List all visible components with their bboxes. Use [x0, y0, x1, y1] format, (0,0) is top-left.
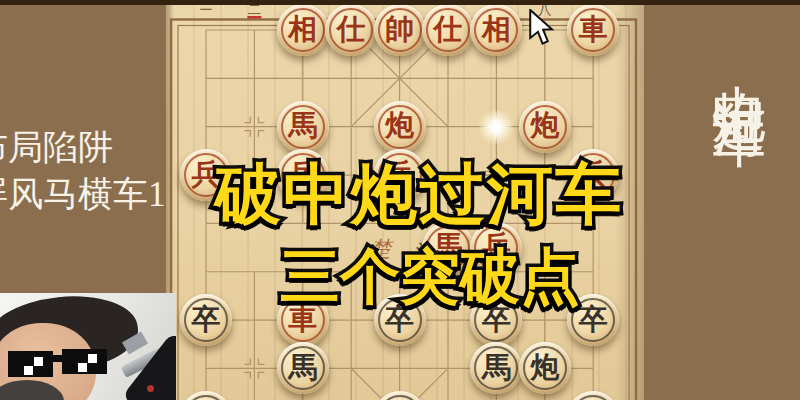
red-piece-兵[interactable]: 兵 — [277, 149, 329, 201]
red-piece-兵[interactable]: 兵 — [567, 149, 619, 201]
black-piece-車[interactable]: 車 — [567, 391, 619, 400]
red-piece-兵[interactable]: 兵 — [374, 149, 426, 201]
red-piece-車[interactable]: 車 — [567, 4, 619, 56]
left-caption-line2: 屏风马横车1 — [0, 171, 166, 218]
pieces-layer: 相仕帥仕相車馬炮炮兵兵兵兵馬兵車卒卒卒卒馬馬炮車士車 — [166, 0, 644, 400]
red-piece-帥[interactable]: 帥 — [374, 4, 426, 56]
black-piece-炮[interactable]: 炮 — [519, 342, 571, 394]
red-piece-炮[interactable]: 炮 — [519, 101, 571, 153]
black-piece-卒[interactable]: 卒 — [374, 294, 426, 346]
black-piece-士[interactable]: 士 — [374, 391, 426, 400]
red-piece-車[interactable]: 車 — [277, 294, 329, 346]
red-piece-兵[interactable]: 兵 — [470, 222, 522, 274]
red-piece-仕[interactable]: 仕 — [325, 4, 377, 56]
webcam-overlay — [0, 293, 176, 400]
last-move-glow-icon — [478, 109, 514, 145]
video-frame: 楚河一二八 相仕帥仕相車馬炮炮兵兵兵兵馬兵車卒卒卒卒馬馬炮車士車 布局陷阱 屏风… — [0, 0, 800, 400]
black-piece-馬[interactable]: 馬 — [470, 342, 522, 394]
black-piece-卒[interactable]: 卒 — [180, 294, 232, 346]
red-piece-馬[interactable]: 馬 — [277, 101, 329, 153]
black-piece-卒[interactable]: 卒 — [567, 294, 619, 346]
left-caption: 布局陷阱 屏风马横车1 — [0, 124, 166, 218]
pixel-sunglasses — [2, 349, 118, 381]
red-piece-炮[interactable]: 炮 — [374, 101, 426, 153]
black-piece-車[interactable]: 車 — [180, 391, 232, 400]
black-piece-馬[interactable]: 馬 — [277, 342, 329, 394]
red-piece-相[interactable]: 相 — [470, 4, 522, 56]
red-piece-兵[interactable]: 兵 — [180, 149, 232, 201]
black-piece-卒[interactable]: 卒 — [470, 294, 522, 346]
microphone-led — [147, 385, 154, 392]
red-piece-相[interactable]: 相 — [277, 4, 329, 56]
left-caption-line1: 布局陷阱 — [0, 124, 166, 171]
xiangqi-board[interactable]: 楚河一二八 相仕帥仕相車馬炮炮兵兵兵兵馬兵車卒卒卒卒馬馬炮車士車 — [166, 0, 644, 400]
mouse-cursor-icon — [529, 9, 555, 47]
red-piece-仕[interactable]: 仕 — [422, 4, 474, 56]
red-piece-馬[interactable]: 馬 — [422, 222, 474, 274]
right-caption: 中炮过河车 — [702, 42, 775, 77]
top-letterbox — [0, 0, 800, 5]
